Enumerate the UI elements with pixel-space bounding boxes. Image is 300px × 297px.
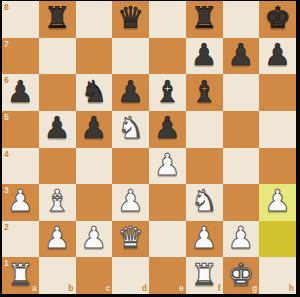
white-rook[interactable]: ♜	[191, 260, 218, 290]
square-b4[interactable]	[39, 148, 76, 185]
file-label-h: h	[289, 284, 294, 293]
square-e5[interactable]: ♟	[149, 111, 186, 148]
rank-label-8: 8	[4, 3, 9, 12]
black-rook[interactable]: ♜	[44, 3, 71, 33]
square-c2[interactable]: ♟	[76, 221, 113, 258]
square-a4[interactable]: 4	[2, 148, 39, 185]
square-f3[interactable]: ♞	[186, 184, 223, 221]
white-knight[interactable]: ♞	[117, 113, 144, 143]
square-f4[interactable]	[186, 148, 223, 185]
square-e4[interactable]: ♟	[149, 148, 186, 185]
square-g3[interactable]	[223, 184, 260, 221]
white-knight[interactable]: ♞	[191, 186, 218, 216]
square-c1[interactable]: c	[76, 257, 113, 294]
square-e2[interactable]	[149, 221, 186, 258]
square-e8[interactable]	[149, 1, 186, 38]
white-queen[interactable]: ♛	[117, 223, 144, 253]
square-c4[interactable]	[76, 148, 113, 185]
square-h4[interactable]	[259, 148, 296, 185]
square-c8[interactable]	[76, 1, 113, 38]
black-pawn[interactable]: ♟	[227, 40, 254, 70]
square-a7[interactable]: 7	[2, 38, 39, 75]
square-h5[interactable]	[259, 111, 296, 148]
square-f6[interactable]: ♝	[186, 74, 223, 111]
square-e3[interactable]	[149, 184, 186, 221]
square-c3[interactable]	[76, 184, 113, 221]
white-pawn[interactable]: ♟	[80, 223, 107, 253]
square-d6[interactable]: ♟	[112, 74, 149, 111]
square-a2[interactable]: 2	[2, 221, 39, 258]
square-g2[interactable]: ♟	[223, 221, 260, 258]
white-pawn[interactable]: ♟	[44, 223, 71, 253]
square-b8[interactable]: ♜	[39, 1, 76, 38]
white-king[interactable]: ♚	[227, 260, 254, 290]
square-c7[interactable]	[76, 38, 113, 75]
black-pawn[interactable]: ♟	[117, 77, 144, 107]
square-f7[interactable]: ♟	[186, 38, 223, 75]
rank-label-5: 5	[4, 113, 9, 122]
white-bishop[interactable]: ♝	[44, 186, 71, 216]
black-rook[interactable]: ♜	[191, 3, 218, 33]
rank-label-2: 2	[4, 223, 9, 232]
square-e6[interactable]: ♝	[149, 74, 186, 111]
square-b3[interactable]: ♝	[39, 184, 76, 221]
square-g1[interactable]: g♚	[223, 257, 260, 294]
square-e7[interactable]	[149, 38, 186, 75]
square-d7[interactable]	[112, 38, 149, 75]
file-label-f: f	[218, 284, 221, 293]
square-h7[interactable]: ♟	[259, 38, 296, 75]
square-g6[interactable]	[223, 74, 260, 111]
white-pawn[interactable]: ♟	[117, 186, 144, 216]
black-pawn[interactable]: ♟	[154, 113, 181, 143]
black-bishop[interactable]: ♝	[154, 77, 181, 107]
square-h2[interactable]	[259, 221, 296, 258]
square-c5[interactable]: ♟	[76, 111, 113, 148]
black-queen[interactable]: ♛	[117, 3, 144, 33]
square-a8[interactable]: 8	[2, 1, 39, 38]
square-b6[interactable]	[39, 74, 76, 111]
file-label-d: d	[142, 284, 147, 293]
black-knight[interactable]: ♞	[80, 77, 107, 107]
square-c6[interactable]: ♞	[76, 74, 113, 111]
square-a6[interactable]: 6♟	[2, 74, 39, 111]
black-pawn[interactable]: ♟	[7, 77, 34, 107]
square-d1[interactable]: d	[112, 257, 149, 294]
white-pawn[interactable]: ♟	[191, 223, 218, 253]
square-f2[interactable]: ♟	[186, 221, 223, 258]
square-g7[interactable]: ♟	[223, 38, 260, 75]
square-g4[interactable]	[223, 148, 260, 185]
white-pawn[interactable]: ♟	[154, 150, 181, 180]
black-king[interactable]: ♚	[264, 3, 291, 33]
black-pawn[interactable]: ♟	[44, 113, 71, 143]
square-b5[interactable]: ♟	[39, 111, 76, 148]
square-a1[interactable]: 1a♜	[2, 257, 39, 294]
white-pawn[interactable]: ♟	[227, 223, 254, 253]
square-f5[interactable]	[186, 111, 223, 148]
square-b2[interactable]: ♟	[39, 221, 76, 258]
square-a3[interactable]: 3♟	[2, 184, 39, 221]
chess-board: 8♜♛♜♚7♟♟♟6♟♞♟♝♝5♟♟♞♟4♟3♟♝♟♞♟2♟♟♛♟♟1a♜bcd…	[2, 1, 296, 294]
white-rook[interactable]: ♜	[7, 260, 34, 290]
square-d4[interactable]	[112, 148, 149, 185]
white-pawn[interactable]: ♟	[264, 186, 291, 216]
square-h3[interactable]: ♟	[259, 184, 296, 221]
square-b1[interactable]: b	[39, 257, 76, 294]
chess-board-frame: 8♜♛♜♚7♟♟♟6♟♞♟♝♝5♟♟♞♟4♟3♟♝♟♞♟2♟♟♛♟♟1a♜bcd…	[0, 0, 300, 297]
white-pawn[interactable]: ♟	[7, 186, 34, 216]
black-pawn[interactable]: ♟	[80, 113, 107, 143]
square-f8[interactable]: ♜	[186, 1, 223, 38]
square-f1[interactable]: f♜	[186, 257, 223, 294]
rank-label-4: 4	[4, 150, 9, 159]
black-bishop[interactable]: ♝	[191, 77, 218, 107]
square-e1[interactable]: e	[149, 257, 186, 294]
file-label-b: b	[68, 284, 73, 293]
black-pawn[interactable]: ♟	[264, 40, 291, 70]
square-h6[interactable]	[259, 74, 296, 111]
square-d5[interactable]: ♞	[112, 111, 149, 148]
square-b7[interactable]	[39, 38, 76, 75]
square-h1[interactable]: h	[259, 257, 296, 294]
square-a5[interactable]: 5	[2, 111, 39, 148]
square-d2[interactable]: ♛	[112, 221, 149, 258]
square-d3[interactable]: ♟	[112, 184, 149, 221]
rank-label-7: 7	[4, 40, 9, 49]
square-g5[interactable]	[223, 111, 260, 148]
square-g8[interactable]	[223, 1, 260, 38]
square-d8[interactable]: ♛	[112, 1, 149, 38]
file-label-e: e	[179, 284, 184, 293]
square-h8[interactable]: ♚	[259, 1, 296, 38]
file-label-c: c	[106, 284, 111, 293]
black-pawn[interactable]: ♟	[191, 40, 218, 70]
